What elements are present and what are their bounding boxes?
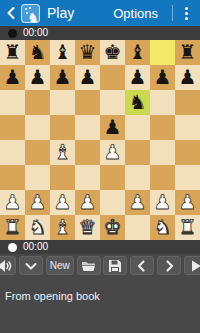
square-b5[interactable] bbox=[25, 115, 50, 140]
toolbar: New bbox=[0, 254, 200, 277]
square-a2[interactable]: ♟ bbox=[0, 190, 25, 215]
square-f4[interactable] bbox=[125, 140, 150, 165]
square-h1[interactable]: ♜ bbox=[175, 215, 200, 240]
square-f6[interactable]: ♞ bbox=[125, 90, 150, 115]
square-e7[interactable] bbox=[100, 65, 125, 90]
square-b3[interactable] bbox=[25, 165, 50, 190]
page-title: Play bbox=[47, 5, 74, 21]
white-pawn: ♟ bbox=[125, 190, 150, 215]
square-g6[interactable] bbox=[150, 90, 175, 115]
black-king: ♚ bbox=[100, 40, 125, 65]
black-pawn: ♟ bbox=[175, 65, 200, 90]
white-rook: ♜ bbox=[0, 215, 25, 240]
square-a4[interactable] bbox=[0, 140, 25, 165]
white-pawn: ♟ bbox=[75, 190, 100, 215]
square-a1[interactable]: ♜ bbox=[0, 215, 25, 240]
square-d6[interactable] bbox=[75, 90, 100, 115]
square-d2[interactable]: ♟ bbox=[75, 190, 100, 215]
square-h3[interactable] bbox=[175, 165, 200, 190]
square-f7[interactable]: ♟ bbox=[125, 65, 150, 90]
save-floppy-icon bbox=[108, 259, 122, 273]
play-button[interactable] bbox=[184, 256, 200, 275]
square-a6[interactable] bbox=[0, 90, 25, 115]
chess-board: ♜♞♝♛♚♝♜♟♟♟♟♟♟♟♞♟♝♟♟♟♟♟♟♟♟♜♞♝♛♚♞♜ bbox=[0, 40, 200, 240]
white-pawn: ♟ bbox=[175, 190, 200, 215]
square-g2[interactable]: ♟ bbox=[150, 190, 175, 215]
square-c4[interactable]: ♝ bbox=[50, 140, 75, 165]
move-back-button[interactable] bbox=[130, 256, 154, 275]
white-king: ♚ bbox=[100, 215, 125, 240]
square-d4[interactable] bbox=[75, 140, 100, 165]
app-logo-icon: ♞ bbox=[21, 4, 40, 23]
black-pawn: ♟ bbox=[0, 65, 25, 90]
white-pawn: ♟ bbox=[50, 190, 75, 215]
square-h5[interactable] bbox=[175, 115, 200, 140]
square-d7[interactable]: ♟ bbox=[75, 65, 100, 90]
black-bishop: ♝ bbox=[50, 40, 75, 65]
square-e4[interactable]: ♟ bbox=[100, 140, 125, 165]
square-e5[interactable]: ♟ bbox=[100, 115, 125, 140]
square-c5[interactable] bbox=[50, 115, 75, 140]
square-h8[interactable]: ♜ bbox=[175, 40, 200, 65]
black-bishop: ♝ bbox=[125, 40, 150, 65]
options-button[interactable]: Options bbox=[103, 6, 168, 21]
square-a8[interactable]: ♜ bbox=[0, 40, 25, 65]
black-clock-bar: 00:00 bbox=[0, 26, 200, 40]
white-player-icon bbox=[8, 243, 17, 252]
square-f3[interactable] bbox=[125, 165, 150, 190]
square-b6[interactable] bbox=[25, 90, 50, 115]
square-b2[interactable]: ♟ bbox=[25, 190, 50, 215]
square-g5[interactable] bbox=[150, 115, 175, 140]
square-e3[interactable] bbox=[100, 165, 125, 190]
square-a5[interactable] bbox=[0, 115, 25, 140]
overflow-menu-button[interactable] bbox=[177, 5, 194, 22]
black-knight: ♞ bbox=[125, 90, 150, 115]
square-b1[interactable]: ♞ bbox=[25, 215, 50, 240]
square-g4[interactable] bbox=[150, 140, 175, 165]
square-h7[interactable]: ♟ bbox=[175, 65, 200, 90]
square-g1[interactable]: ♞ bbox=[150, 215, 175, 240]
white-knight: ♞ bbox=[25, 215, 50, 240]
white-bishop: ♝ bbox=[50, 215, 75, 240]
square-f5[interactable] bbox=[125, 115, 150, 140]
square-b4[interactable] bbox=[25, 140, 50, 165]
black-knight: ♞ bbox=[25, 40, 50, 65]
square-e8[interactable]: ♚ bbox=[100, 40, 125, 65]
black-pawn: ♟ bbox=[100, 115, 125, 140]
white-pawn: ♟ bbox=[0, 190, 25, 215]
square-g7[interactable]: ♟ bbox=[150, 65, 175, 90]
white-bishop: ♝ bbox=[50, 140, 75, 165]
open-file-button[interactable] bbox=[77, 256, 101, 275]
speaker-icon bbox=[0, 259, 12, 273]
square-b7[interactable]: ♟ bbox=[25, 65, 50, 90]
square-c2[interactable]: ♟ bbox=[50, 190, 75, 215]
new-game-button[interactable]: New bbox=[46, 256, 74, 275]
square-e1[interactable]: ♚ bbox=[100, 215, 125, 240]
square-c8[interactable]: ♝ bbox=[50, 40, 75, 65]
black-pawn: ♟ bbox=[25, 65, 50, 90]
square-e6[interactable] bbox=[100, 90, 125, 115]
black-pawn: ♟ bbox=[125, 65, 150, 90]
black-player-icon bbox=[8, 29, 17, 38]
white-pawn: ♟ bbox=[150, 190, 175, 215]
square-g3[interactable] bbox=[150, 165, 175, 190]
black-rook: ♜ bbox=[0, 40, 25, 65]
black-pawn: ♟ bbox=[50, 65, 75, 90]
white-pawn: ♟ bbox=[25, 190, 50, 215]
square-c6[interactable] bbox=[50, 90, 75, 115]
black-pawn: ♟ bbox=[150, 65, 175, 90]
black-rook: ♜ bbox=[175, 40, 200, 65]
play-icon bbox=[189, 259, 200, 273]
back-button[interactable] bbox=[6, 5, 16, 21]
square-a7[interactable]: ♟ bbox=[0, 65, 25, 90]
white-clock: 00:00 bbox=[23, 242, 48, 252]
square-c3[interactable] bbox=[50, 165, 75, 190]
square-a3[interactable] bbox=[0, 165, 25, 190]
chevron-down-icon bbox=[24, 259, 38, 273]
arrow-right-icon bbox=[162, 259, 176, 273]
header-divider bbox=[172, 5, 173, 21]
status-bar: From opening book bbox=[0, 277, 200, 304]
square-e2[interactable] bbox=[100, 190, 125, 215]
move-forward-button[interactable] bbox=[157, 256, 181, 275]
square-f2[interactable]: ♟ bbox=[125, 190, 150, 215]
square-f8[interactable]: ♝ bbox=[125, 40, 150, 65]
square-d1[interactable]: ♛ bbox=[75, 215, 100, 240]
arrow-left-icon bbox=[135, 259, 149, 273]
square-b8[interactable]: ♞ bbox=[25, 40, 50, 65]
square-c1[interactable]: ♝ bbox=[50, 215, 75, 240]
square-c7[interactable]: ♟ bbox=[50, 65, 75, 90]
square-f1[interactable] bbox=[125, 215, 150, 240]
folder-icon bbox=[81, 259, 96, 273]
collapse-button[interactable] bbox=[19, 256, 43, 275]
square-h2[interactable]: ♟ bbox=[175, 190, 200, 215]
square-h4[interactable] bbox=[175, 140, 200, 165]
white-rook: ♜ bbox=[175, 215, 200, 240]
square-g8[interactable] bbox=[150, 40, 175, 65]
white-knight: ♞ bbox=[150, 215, 175, 240]
black-pawn: ♟ bbox=[75, 65, 100, 90]
white-clock-bar: 00:00 bbox=[0, 240, 200, 254]
back-chevron-icon bbox=[6, 5, 16, 21]
save-button[interactable] bbox=[103, 256, 127, 275]
knight-logo-icon: ♞ bbox=[27, 11, 39, 24]
app-header: ♞ Play Options bbox=[0, 0, 200, 26]
square-d5[interactable] bbox=[75, 115, 100, 140]
white-queen: ♛ bbox=[75, 215, 100, 240]
white-pawn: ♟ bbox=[100, 140, 125, 165]
square-d3[interactable] bbox=[75, 165, 100, 190]
black-queen: ♛ bbox=[75, 40, 100, 65]
square-d8[interactable]: ♛ bbox=[75, 40, 100, 65]
black-clock: 00:00 bbox=[23, 28, 48, 38]
status-message: From opening book bbox=[5, 290, 100, 302]
sound-button[interactable] bbox=[0, 256, 16, 275]
square-h6[interactable] bbox=[175, 90, 200, 115]
